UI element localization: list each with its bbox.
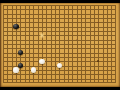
grid-cell	[111, 79, 115, 83]
go-video-thumbnail[interactable]	[0, 0, 120, 90]
highlight-marker	[41, 34, 44, 37]
star-point-marker	[97, 22, 99, 24]
white-stone	[39, 59, 44, 64]
goban-grid	[3, 5, 116, 83]
white-stone	[57, 63, 62, 68]
letterbox-top-bar	[0, 0, 120, 3]
black-stone	[13, 24, 18, 29]
letterbox-bottom-bar	[0, 87, 120, 90]
white-stone	[13, 67, 18, 72]
go-board	[0, 3, 120, 88]
white-stone	[31, 67, 36, 72]
